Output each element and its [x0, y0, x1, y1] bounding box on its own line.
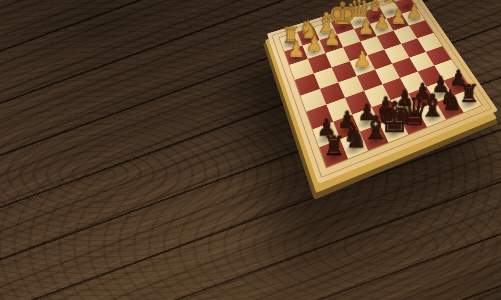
- board-frame: ♜♞♝♚♛♝♞♜♟♟♟♟♟♟♟♟♟♟♟♟♟♟♟♟♜♞♝♚♛♝♞♜: [267, 0, 498, 184]
- board-squares: ♜♞♝♚♛♝♞♜♟♟♟♟♟♟♟♟♟♟♟♟♟♟♟♟♜♞♝♚♛♝♞♜: [279, 0, 483, 168]
- square-g2[interactable]: ♟: [302, 40, 325, 59]
- chess-board: ♜♞♝♚♛♝♞♜♟♟♟♟♟♟♟♟♟♟♟♟♟♟♟♟♜♞♝♚♛♝♞♜: [262, 0, 487, 182]
- square-d5[interactable]: [375, 63, 401, 84]
- square-h2[interactable]: ♟: [284, 45, 307, 65]
- square-h8[interactable]: ♜: [319, 140, 347, 168]
